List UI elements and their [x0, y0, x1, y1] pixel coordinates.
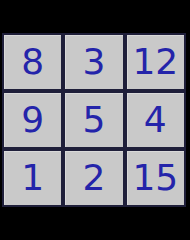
- cell-r2c0[interactable]: 1: [2, 149, 63, 207]
- cell-r2c1[interactable]: 2: [63, 149, 124, 207]
- cell-r0c1[interactable]: 3: [63, 33, 124, 91]
- cell-r2c2[interactable]: 15: [125, 149, 186, 207]
- cell-r1c0[interactable]: 9: [2, 91, 63, 149]
- cell-r0c2[interactable]: 12: [125, 33, 186, 91]
- cell-r1c2[interactable]: 4: [125, 91, 186, 149]
- cell-r0c0[interactable]: 8: [2, 33, 63, 91]
- cell-r1c1[interactable]: 5: [63, 91, 124, 149]
- puzzle-board: 8 3 12 9 5 4 1 2 15: [2, 33, 186, 207]
